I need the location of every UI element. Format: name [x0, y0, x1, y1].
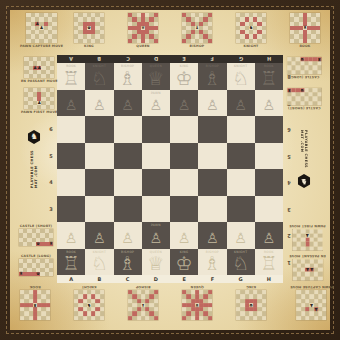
mini-square: [308, 97, 312, 101]
mini-square: [191, 311, 195, 315]
mini-square: [317, 70, 321, 74]
mini-square: [149, 316, 153, 320]
square-a3[interactable]: [57, 196, 85, 223]
mini-square: [296, 307, 300, 311]
rank-label-3: 3: [48, 196, 54, 223]
mini-piece-k: ♚: [300, 88, 304, 92]
mini-square: [203, 307, 207, 311]
mini-board-firstmove: ♟: [292, 229, 322, 250]
mini-square: [301, 311, 305, 315]
mini-square: [304, 101, 308, 105]
highlight-square: [154, 290, 158, 294]
highlight-square: [33, 316, 37, 320]
mini-square: [100, 39, 104, 43]
mini-square: [95, 311, 99, 315]
highlight-square: [186, 311, 190, 315]
mini-square: [128, 294, 132, 298]
mini-label-enpassant: EN PASSANT MOVE: [289, 254, 326, 258]
file-label-top-c: C: [114, 55, 142, 63]
square-e5[interactable]: [170, 143, 198, 170]
square-g8[interactable]: KNIGHT♘: [227, 63, 255, 90]
mini-piece-p: ♟: [305, 233, 309, 237]
mini-square: [20, 307, 24, 311]
mini-square: [245, 294, 249, 298]
mini-square: [257, 299, 261, 303]
mini-square: [314, 290, 318, 294]
mini-square: [37, 307, 41, 311]
mini-square: [74, 307, 78, 311]
highlight-square: [33, 299, 37, 303]
brand-text: PLAYABLE CHESS MAT .COM: [30, 146, 38, 188]
highlight-square: [132, 311, 136, 315]
mini-diagram-knight: ♞KNIGHT: [236, 13, 266, 48]
mini-square: [314, 311, 318, 315]
square-g3[interactable]: [227, 196, 255, 223]
square-g6[interactable]: [227, 116, 255, 143]
mini-square: [132, 316, 136, 320]
mini-square: [91, 316, 95, 320]
highlight-square: ♟: [309, 268, 313, 272]
mini-square: [309, 238, 313, 242]
mini-square: [291, 61, 295, 65]
square-c4[interactable]: [114, 169, 142, 196]
mini-square: [141, 290, 145, 294]
mini-square: [186, 316, 190, 320]
mini-piece-r: ♜: [49, 242, 53, 246]
mini-square: [91, 299, 95, 303]
brand-text: PLAYABLE CHESS MAT .COM: [300, 130, 308, 172]
mini-diagram-enpassant: ♟♟EN PASSANT MOVE: [21, 57, 58, 83]
mini-square: [95, 303, 99, 307]
mini-diagram-rook: ♜ROOK: [290, 13, 320, 48]
ghost-piece-label: QUEEN: [142, 250, 170, 254]
square-a1[interactable]: ROOK♖: [57, 249, 85, 276]
mini-square: [52, 39, 56, 43]
highlight-square: [253, 299, 257, 303]
mini-square: [41, 294, 45, 298]
square-f4[interactable]: [198, 169, 226, 196]
mini-square: [318, 259, 322, 263]
ghost-piece-label: KNIGHT: [85, 64, 113, 68]
ghost-piece-white-pawn: ♙: [198, 222, 226, 249]
mini-square: [309, 242, 313, 246]
ghost-piece-black-pawn: ♙: [114, 90, 142, 117]
mini-square: [46, 294, 50, 298]
mini-square: [208, 311, 212, 315]
square-c7[interactable]: ♙: [114, 90, 142, 117]
square-a8[interactable]: ROOK♖: [57, 63, 85, 90]
mini-label-bishop: BISHOP: [136, 285, 151, 289]
mini-square: [145, 316, 149, 320]
mini-square: [249, 316, 253, 320]
square-g5[interactable]: [227, 143, 255, 170]
mini-diagram-knight: ♞KNIGHT: [74, 285, 104, 320]
square-d8[interactable]: QUEEN♕: [142, 63, 170, 90]
mini-square: [128, 311, 132, 315]
mini-square: [245, 316, 249, 320]
mini-square: [137, 311, 141, 315]
mini-square: [314, 316, 318, 320]
mini-square: [313, 97, 317, 101]
highlight-square: [208, 39, 212, 43]
ghost-piece-black-pawn: ♙: [57, 90, 85, 117]
square-f5[interactable]: [198, 143, 226, 170]
mini-square: [132, 299, 136, 303]
mini-square: [253, 316, 257, 320]
mini-square: [240, 316, 244, 320]
mini-square: [296, 238, 300, 242]
mini-square: [262, 299, 266, 303]
square-f7[interactable]: ♙: [198, 90, 226, 117]
mini-square: [301, 233, 305, 237]
mini-square: [154, 294, 158, 298]
mini-square: ♞: [87, 303, 91, 307]
mini-diagram-castleshort: CASTLE (SHORT)♚♜: [19, 224, 53, 246]
mini-square: [296, 290, 300, 294]
mini-label-castleshort: CASTLE (SHORT): [288, 106, 320, 110]
mini-label-king: KING: [84, 44, 94, 48]
mini-square: [46, 290, 50, 294]
mini-square: [300, 70, 304, 74]
mini-board-queen: ♛: [128, 13, 158, 43]
square-a4[interactable]: [57, 169, 85, 196]
mini-board-pawncap: ♟♟: [26, 13, 56, 43]
mini-square: [301, 242, 305, 246]
highlight-square: [41, 303, 45, 307]
square-h1[interactable]: ROOK♖: [255, 249, 283, 276]
square-g7[interactable]: ♙: [227, 90, 255, 117]
mini-square: [287, 101, 291, 105]
square-h6[interactable]: [255, 116, 283, 143]
knight-hexagon-icon: ♞: [27, 130, 41, 144]
mini-square: [301, 229, 305, 233]
mini-square: [154, 311, 158, 315]
mini-square: [314, 272, 318, 276]
mini-square: [87, 316, 91, 320]
mini-square: ♟: [309, 303, 313, 307]
square-e4[interactable]: [170, 169, 198, 196]
file-label-top-e: E: [170, 55, 198, 63]
mini-square: [78, 303, 82, 307]
square-g2[interactable]: ♙: [227, 222, 255, 249]
mini-square: [292, 246, 296, 250]
ghost-piece-label: QUEEN: [142, 64, 170, 68]
square-d3[interactable]: [142, 196, 170, 223]
highlight-square: [24, 303, 28, 307]
brand-logo-left: ♞ PLAYABLE CHESS MAT .COM: [25, 130, 43, 188]
mini-square: [29, 294, 33, 298]
mini-square: [301, 299, 305, 303]
mini-square: [240, 311, 244, 315]
mini-square: [305, 316, 309, 320]
ghost-piece-label: KNIGHT: [227, 64, 255, 68]
mini-diagram-king: ♚KING: [236, 285, 266, 320]
mini-square: [20, 299, 24, 303]
mini-square: [100, 290, 104, 294]
mini-board-knight: ♞: [74, 290, 104, 320]
mini-square: [191, 294, 195, 298]
mini-square: [296, 316, 300, 320]
highlight-square: [203, 303, 207, 307]
mini-square: ♟: [305, 233, 309, 237]
mini-square: [203, 316, 207, 320]
highlight-square: [304, 57, 308, 61]
mini-square: [309, 316, 313, 320]
mini-square: [292, 238, 296, 242]
mini-square: [149, 307, 153, 311]
highlight-square: [29, 303, 33, 307]
square-e6[interactable]: [170, 116, 198, 143]
square-d4[interactable]: [142, 169, 170, 196]
mini-square: [300, 101, 304, 105]
mini-square: [145, 290, 149, 294]
mini-diagram-firstmove: ♟PAWN FIRST MOVE: [21, 88, 58, 114]
square-f2[interactable]: ♙: [198, 222, 226, 249]
mini-label-pawncap: PAWN CAPTURE MOVE: [20, 44, 63, 48]
mini-square: [91, 303, 95, 307]
square-h5[interactable]: [255, 143, 283, 170]
mini-square: [128, 303, 132, 307]
mini-square: [317, 97, 321, 101]
mini-square: [318, 268, 322, 272]
mini-square: [87, 290, 91, 294]
board-top-coordinates: ABCDEFGH: [57, 55, 283, 63]
highlight-square: [128, 290, 132, 294]
mini-piece-b: ♝: [141, 303, 145, 307]
file-label-top-d: D: [142, 55, 170, 63]
square-h7[interactable]: ♙: [255, 90, 283, 117]
mini-square: [83, 303, 87, 307]
highlight-square: [78, 307, 82, 311]
mini-square: [132, 303, 136, 307]
square-h8[interactable]: ROOK♖: [255, 63, 283, 90]
rank-label-5: 5: [286, 143, 292, 170]
ghost-piece-label: KNIGHT: [227, 250, 255, 254]
mini-square: [296, 311, 300, 315]
mini-square: [308, 70, 312, 74]
mini-square: ♜: [33, 303, 37, 307]
square-c1[interactable]: BISHOP♗: [114, 249, 142, 276]
mini-square: [305, 294, 309, 298]
square-b2[interactable]: ♙: [85, 222, 113, 249]
mini-square: [203, 299, 207, 303]
mini-board-king: ♚: [74, 13, 104, 43]
mini-square: [318, 233, 322, 237]
square-c3[interactable]: [114, 196, 142, 223]
mini-square: [141, 316, 145, 320]
mini-square: [95, 290, 99, 294]
mini-label-firstmove: PAWN FIRST MOVE: [289, 224, 326, 228]
square-a5[interactable]: [57, 143, 85, 170]
mini-square: [291, 97, 295, 101]
square-b7[interactable]: ♙: [85, 90, 113, 117]
highlight-square: [195, 290, 199, 294]
square-b8[interactable]: KNIGHT♘: [85, 63, 113, 90]
ghost-piece-label: PAWN: [142, 223, 170, 227]
mini-square: [74, 311, 78, 315]
mini-square: [309, 229, 313, 233]
highlight-square: [191, 299, 195, 303]
mini-square: [20, 311, 24, 315]
highlight-square: [154, 39, 158, 43]
mini-square: [301, 268, 305, 272]
mini-square: [191, 290, 195, 294]
mini-square: [74, 316, 78, 320]
mini-square: [295, 57, 299, 61]
mini-square: [292, 242, 296, 246]
mini-square: [287, 57, 291, 61]
mini-square: [296, 229, 300, 233]
ghost-piece-black-pawn: ♙: [170, 90, 198, 117]
file-label-bottom-d: D: [142, 275, 170, 283]
mini-square: [37, 294, 41, 298]
mini-square: [128, 307, 132, 311]
square-e3[interactable]: [170, 196, 198, 223]
mini-square: [245, 311, 249, 315]
square-a2[interactable]: ♙: [57, 222, 85, 249]
highlight-square: [199, 307, 203, 311]
mini-square: [20, 290, 24, 294]
square-e7[interactable]: ♙: [170, 90, 198, 117]
highlight-square: [182, 290, 186, 294]
mini-square: [295, 61, 299, 65]
mini-label-castlelong: CASTLE (LONG): [21, 254, 51, 258]
mini-square: [296, 294, 300, 298]
mini-square: [29, 311, 33, 315]
mini-square: [295, 97, 299, 101]
mini-square: [297, 259, 301, 263]
square-c8[interactable]: BISHOP♗: [114, 63, 142, 90]
mini-square: [145, 294, 149, 298]
mini-board-castleshort: ♚♜: [287, 88, 321, 105]
mini-label-knight: KNIGHT: [81, 285, 96, 289]
mini-square: [236, 307, 240, 311]
mini-square: [300, 66, 304, 70]
mini-square: [296, 299, 300, 303]
mini-label-pawncap: PAWN CAPTURE MOVE: [290, 285, 333, 289]
mini-square: [240, 299, 244, 303]
mini-square: [100, 303, 104, 307]
mini-square: [74, 290, 78, 294]
mini-square: [37, 299, 41, 303]
mini-square: [87, 311, 91, 315]
mini-diagram-enpassant: ♟♟EN PASSANT MOVE: [289, 254, 326, 280]
mini-square: [301, 272, 305, 276]
square-g4[interactable]: [227, 169, 255, 196]
square-d5[interactable]: [142, 143, 170, 170]
mini-square: [309, 259, 313, 263]
square-g1[interactable]: KNIGHT♘: [227, 249, 255, 276]
square-d6[interactable]: [142, 116, 170, 143]
square-b6[interactable]: [85, 116, 113, 143]
square-b1[interactable]: KNIGHT♘: [85, 249, 113, 276]
mini-square: [309, 299, 313, 303]
mini-square: [149, 299, 153, 303]
square-c6[interactable]: [114, 116, 142, 143]
square-f6[interactable]: [198, 116, 226, 143]
mini-board-castlelong: ♜♚: [19, 259, 53, 276]
mini-square: [309, 311, 313, 315]
mini-square: [296, 242, 300, 246]
mini-diagram-pawncap: ♟♟PAWN CAPTURE MOVE: [20, 13, 63, 48]
square-d1[interactable]: QUEEN♕: [142, 249, 170, 276]
mini-square: [83, 316, 87, 320]
mini-square: [74, 303, 78, 307]
ghost-piece-label: ROOK: [57, 64, 85, 68]
board-bottom-coordinates: ABCDEFGH: [57, 275, 283, 283]
square-f3[interactable]: [198, 196, 226, 223]
highlight-square: [149, 311, 153, 315]
mini-square: [295, 70, 299, 74]
ghost-piece-label: BISHOP: [198, 250, 226, 254]
square-a6[interactable]: [57, 116, 85, 143]
mini-piece-n: ♞: [87, 303, 91, 307]
mini-label-king: KING: [246, 285, 256, 289]
mini-piece-r: ♜: [33, 303, 37, 307]
mini-square: [249, 311, 253, 315]
square-b3[interactable]: [85, 196, 113, 223]
mini-square: [296, 233, 300, 237]
square-c2[interactable]: ♙: [114, 222, 142, 249]
mini-square: [240, 290, 244, 294]
mini-square: [318, 311, 322, 315]
mini-square: [249, 290, 253, 294]
mini-square: [154, 303, 158, 307]
mini-board-queen: ♛: [182, 290, 212, 320]
square-b5[interactable]: [85, 143, 113, 170]
square-h3[interactable]: [255, 196, 283, 223]
mini-square: [240, 303, 244, 307]
highlight-square: [203, 294, 207, 298]
mini-square: [292, 268, 296, 272]
square-h4[interactable]: [255, 169, 283, 196]
mini-square: [318, 242, 322, 246]
mini-square: [301, 303, 305, 307]
mini-square: [309, 290, 313, 294]
square-f8[interactable]: BISHOP♗: [198, 63, 226, 90]
mini-square: [137, 316, 141, 320]
square-e2[interactable]: ♙: [170, 222, 198, 249]
square-f1[interactable]: BISHOP♗: [198, 249, 226, 276]
square-h2[interactable]: ♙: [255, 222, 283, 249]
mini-square: [291, 92, 295, 96]
square-b4[interactable]: [85, 169, 113, 196]
highlight-square: [91, 311, 95, 315]
mini-square: [262, 316, 266, 320]
mini-square: [301, 238, 305, 242]
highlight-square: [199, 299, 203, 303]
mini-square: [309, 263, 313, 267]
mini-square: [132, 307, 136, 311]
mini-square: [314, 233, 318, 237]
square-e8[interactable]: KING♔: [170, 63, 198, 90]
square-c5[interactable]: [114, 143, 142, 170]
mini-board-king: ♚: [236, 290, 266, 320]
mini-square: [313, 88, 317, 92]
mini-label-castlelong: CASTLE (LONG): [289, 75, 319, 79]
mini-square: [20, 294, 24, 298]
highlight-square: [295, 88, 299, 92]
ghost-piece-label: KNIGHT: [85, 250, 113, 254]
square-d7[interactable]: PAWN♙: [142, 90, 170, 117]
mini-square: [29, 316, 33, 320]
mini-square: [83, 290, 87, 294]
square-e1[interactable]: KING♔: [170, 249, 198, 276]
square-d2[interactable]: PAWN♙: [142, 222, 170, 249]
square-a7[interactable]: ♙: [57, 90, 85, 117]
mini-square: [292, 233, 296, 237]
file-label-bottom-b: B: [85, 275, 113, 283]
